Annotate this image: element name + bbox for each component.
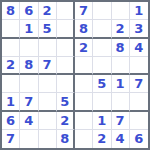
- cell-r4c7[interactable]: [112, 57, 130, 75]
- cell-r4c4[interactable]: [57, 57, 75, 75]
- cell-r7c1[interactable]: 6: [2, 112, 20, 130]
- cell-r3c4[interactable]: [57, 39, 75, 57]
- cell-r2c3[interactable]: 5: [39, 20, 57, 38]
- cell-r1c5[interactable]: 7: [75, 2, 93, 20]
- cell-r8c8[interactable]: 6: [130, 130, 148, 148]
- cell-r3c7[interactable]: 8: [112, 39, 130, 57]
- cell-r8c5[interactable]: [75, 130, 93, 148]
- cell-r2c6[interactable]: [93, 20, 111, 38]
- cell-r3c2[interactable]: [20, 39, 38, 57]
- cell-r2c8[interactable]: 3: [130, 20, 148, 38]
- cell-r2c7[interactable]: 2: [112, 20, 130, 38]
- cell-r4c1[interactable]: 2: [2, 57, 20, 75]
- cell-r5c6[interactable]: 5: [93, 75, 111, 93]
- cell-r7c6[interactable]: 1: [93, 112, 111, 130]
- cell-r8c6[interactable]: 2: [93, 130, 111, 148]
- cell-r6c3[interactable]: [39, 93, 57, 111]
- cell-r6c2[interactable]: 7: [20, 93, 38, 111]
- cell-r4c3[interactable]: 7: [39, 57, 57, 75]
- cell-r6c6[interactable]: [93, 93, 111, 111]
- cell-r5c3[interactable]: [39, 75, 57, 93]
- cell-r3c6[interactable]: [93, 39, 111, 57]
- cell-r2c4[interactable]: [57, 20, 75, 38]
- cell-r4c8[interactable]: [130, 57, 148, 75]
- cell-r5c7[interactable]: 1: [112, 75, 130, 93]
- cell-r7c5[interactable]: [75, 112, 93, 130]
- cell-r2c5[interactable]: 8: [75, 20, 93, 38]
- cell-r5c2[interactable]: [20, 75, 38, 93]
- cell-r8c3[interactable]: [39, 130, 57, 148]
- cell-r8c1[interactable]: 7: [2, 130, 20, 148]
- cell-r3c1[interactable]: [2, 39, 20, 57]
- cell-r1c2[interactable]: 6: [20, 2, 38, 20]
- cell-r7c8[interactable]: [130, 112, 148, 130]
- cell-r5c1[interactable]: [2, 75, 20, 93]
- cell-r6c1[interactable]: 1: [2, 93, 20, 111]
- cell-r1c3[interactable]: 2: [39, 2, 57, 20]
- cell-r8c4[interactable]: 8: [57, 130, 75, 148]
- cell-r1c6[interactable]: [93, 2, 111, 20]
- cell-r5c4[interactable]: [57, 75, 75, 93]
- cell-r3c5[interactable]: 2: [75, 39, 93, 57]
- cell-r3c8[interactable]: 4: [130, 39, 148, 57]
- cell-r3c3[interactable]: [39, 39, 57, 57]
- cell-r7c3[interactable]: [39, 112, 57, 130]
- cell-r4c5[interactable]: [75, 57, 93, 75]
- cell-r1c1[interactable]: 8: [2, 2, 20, 20]
- cell-r4c6[interactable]: [93, 57, 111, 75]
- cell-r2c1[interactable]: [2, 20, 20, 38]
- cell-r5c8[interactable]: 7: [130, 75, 148, 93]
- cell-r1c7[interactable]: [112, 2, 130, 20]
- sudoku-app: 86271158232842875171756421778246: [0, 0, 150, 150]
- sudoku-board: 86271158232842875171756421778246: [0, 0, 150, 150]
- cell-r4c2[interactable]: 8: [20, 57, 38, 75]
- cell-r7c7[interactable]: 7: [112, 112, 130, 130]
- cell-r6c5[interactable]: [75, 93, 93, 111]
- cell-r2c2[interactable]: 1: [20, 20, 38, 38]
- cell-r8c7[interactable]: 4: [112, 130, 130, 148]
- cell-r1c4[interactable]: [57, 2, 75, 20]
- cell-r6c4[interactable]: 5: [57, 93, 75, 111]
- cell-r1c8[interactable]: 1: [130, 2, 148, 20]
- cell-r6c7[interactable]: [112, 93, 130, 111]
- cell-r5c5[interactable]: [75, 75, 93, 93]
- cell-r7c4[interactable]: 2: [57, 112, 75, 130]
- cell-r8c2[interactable]: [20, 130, 38, 148]
- cell-r7c2[interactable]: 4: [20, 112, 38, 130]
- cell-r6c8[interactable]: [130, 93, 148, 111]
